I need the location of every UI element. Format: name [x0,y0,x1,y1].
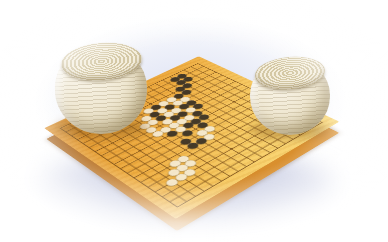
black-stone: ● [168,113,185,122]
go-set-photo: ●●●●●●●●●●●●●●●●●●●●●●●●●●●●●●●●●●●●●●●●… [0,0,388,242]
stone-bowl-left [55,46,147,134]
black-stone: ● [195,120,212,129]
hoshi-dot [149,102,153,104]
black-stone: ● [175,72,190,80]
black-stone: ● [193,136,211,146]
white-stone: ● [160,117,177,126]
white-stone: ● [174,162,193,173]
black-stone: ● [165,128,182,137]
white-stone: ● [167,158,185,169]
white-stone: ● [169,106,186,115]
black-stone: ● [189,116,206,125]
black-stone: ● [177,102,194,111]
black-stone: ● [174,78,190,86]
black-stone: ● [185,140,203,150]
hoshi-dot [193,81,197,83]
black-stone: ● [191,101,208,110]
white-stone: ● [164,95,180,103]
white-stone: ● [166,121,183,130]
black-stone: ● [147,110,164,119]
black-stone: ● [175,109,192,118]
black-stone: ● [172,92,188,100]
white-stone: ● [178,95,194,103]
white-stone: ● [176,153,194,163]
black-stone: ● [179,88,195,96]
black-stone: ● [168,75,184,83]
white-stone: ● [158,125,175,134]
hoshi-dot [187,124,191,126]
white-stone: ● [145,117,162,126]
black-stone: ● [153,113,170,122]
white-stone: ● [170,98,186,106]
hoshi-dot [138,149,142,151]
white-stone: ● [201,132,219,142]
black-stone: ● [180,128,197,138]
white-stone: ● [181,166,200,177]
black-stone: ● [178,136,196,146]
hoshi-dot [232,100,236,102]
white-stone: ● [150,129,167,138]
white-stone: ● [161,109,178,118]
black-stone: ● [163,102,179,111]
stone-bowl-right [250,59,330,135]
white-stone: ● [182,113,199,122]
white-stone: ● [183,105,200,114]
white-stone: ● [155,106,172,115]
white-stone: ● [194,128,212,138]
hoshi-dot [179,176,184,179]
black-stone: ● [184,98,200,106]
black-stone: ● [190,109,207,118]
black-stone: ● [173,85,189,93]
white-stone: ● [183,157,202,168]
hoshi-dot [229,148,233,151]
white-stone: ● [157,99,173,107]
white-stone: ● [202,124,219,133]
black-stone: ● [196,112,213,121]
